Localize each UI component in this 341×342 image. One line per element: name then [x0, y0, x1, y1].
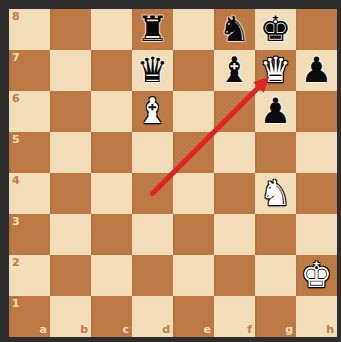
square-g1[interactable]: g [255, 296, 296, 337]
square-b7[interactable] [50, 50, 91, 91]
square-h6[interactable] [296, 91, 337, 132]
square-c5[interactable] [91, 132, 132, 173]
piece-black-king-g8[interactable]: ♚ [255, 9, 296, 50]
coord-rank-6: 6 [12, 93, 20, 104]
square-g5[interactable] [255, 132, 296, 173]
piece-black-pawn-g6[interactable]: ♟ [255, 91, 296, 132]
square-a1[interactable]: 1a [9, 296, 50, 337]
square-e7[interactable] [173, 50, 214, 91]
square-b8[interactable] [50, 9, 91, 50]
chess-board: 8♜♞♚7♛♝♛♟6♝♟54♞32♚1abcdefgh [9, 9, 337, 337]
square-b5[interactable] [50, 132, 91, 173]
coord-file-d: d [162, 324, 170, 335]
coord-rank-8: 8 [12, 11, 20, 22]
square-a6[interactable]: 6 [9, 91, 50, 132]
square-g8[interactable]: ♚ [255, 9, 296, 50]
coord-file-g: g [285, 324, 293, 335]
square-h8[interactable] [296, 9, 337, 50]
square-f4[interactable] [214, 173, 255, 214]
square-b1[interactable]: b [50, 296, 91, 337]
square-g3[interactable] [255, 214, 296, 255]
square-c2[interactable] [91, 255, 132, 296]
square-c3[interactable] [91, 214, 132, 255]
coord-file-f: f [247, 324, 252, 335]
square-d6[interactable]: ♝ [132, 91, 173, 132]
piece-black-bishop-f7[interactable]: ♝ [214, 50, 255, 91]
square-h7[interactable]: ♟ [296, 50, 337, 91]
square-c7[interactable] [91, 50, 132, 91]
square-e5[interactable] [173, 132, 214, 173]
square-a4[interactable]: 4 [9, 173, 50, 214]
square-e2[interactable] [173, 255, 214, 296]
square-g4[interactable]: ♞ [255, 173, 296, 214]
piece-white-bishop-d6[interactable]: ♝ [132, 91, 173, 132]
square-f5[interactable] [214, 132, 255, 173]
square-d2[interactable] [132, 255, 173, 296]
square-b4[interactable] [50, 173, 91, 214]
square-b6[interactable] [50, 91, 91, 132]
square-e4[interactable] [173, 173, 214, 214]
coord-rank-4: 4 [12, 175, 20, 186]
piece-white-knight-g4[interactable]: ♞ [255, 173, 296, 214]
square-c4[interactable] [91, 173, 132, 214]
square-a7[interactable]: 7 [9, 50, 50, 91]
coord-rank-3: 3 [12, 216, 20, 227]
square-f7[interactable]: ♝ [214, 50, 255, 91]
coord-rank-7: 7 [12, 52, 20, 63]
square-g2[interactable] [255, 255, 296, 296]
square-h3[interactable] [296, 214, 337, 255]
square-c8[interactable] [91, 9, 132, 50]
square-e3[interactable] [173, 214, 214, 255]
coord-rank-2: 2 [12, 257, 20, 268]
square-a5[interactable]: 5 [9, 132, 50, 173]
square-g7[interactable]: ♛ [255, 50, 296, 91]
piece-white-king-h2[interactable]: ♚ [296, 255, 337, 296]
square-a3[interactable]: 3 [9, 214, 50, 255]
square-f6[interactable] [214, 91, 255, 132]
square-d5[interactable] [132, 132, 173, 173]
coord-file-a: a [40, 324, 47, 335]
square-h5[interactable] [296, 132, 337, 173]
square-d7[interactable]: ♛ [132, 50, 173, 91]
square-d4[interactable] [132, 173, 173, 214]
square-f1[interactable]: f [214, 296, 255, 337]
square-c1[interactable]: c [91, 296, 132, 337]
coord-rank-1: 1 [12, 298, 20, 309]
square-e1[interactable]: e [173, 296, 214, 337]
square-f3[interactable] [214, 214, 255, 255]
piece-black-knight-f8[interactable]: ♞ [214, 9, 255, 50]
square-f8[interactable]: ♞ [214, 9, 255, 50]
square-b3[interactable] [50, 214, 91, 255]
square-h2[interactable]: ♚ [296, 255, 337, 296]
square-a8[interactable]: 8 [9, 9, 50, 50]
piece-black-rook-d8[interactable]: ♜ [132, 9, 173, 50]
coord-file-h: h [326, 324, 334, 335]
square-c6[interactable] [91, 91, 132, 132]
square-d8[interactable]: ♜ [132, 9, 173, 50]
square-f2[interactable] [214, 255, 255, 296]
coord-file-c: c [122, 324, 129, 335]
square-g6[interactable]: ♟ [255, 91, 296, 132]
coord-file-e: e [204, 324, 211, 335]
square-h4[interactable] [296, 173, 337, 214]
square-e6[interactable] [173, 91, 214, 132]
coord-file-b: b [80, 324, 88, 335]
coord-rank-5: 5 [12, 134, 20, 145]
square-d1[interactable]: d [132, 296, 173, 337]
piece-black-pawn-h7[interactable]: ♟ [296, 50, 337, 91]
piece-black-queen-d7[interactable]: ♛ [132, 50, 173, 91]
square-a2[interactable]: 2 [9, 255, 50, 296]
piece-white-queen-g7[interactable]: ♛ [255, 50, 296, 91]
square-d3[interactable] [132, 214, 173, 255]
square-h1[interactable]: h [296, 296, 337, 337]
square-e8[interactable] [173, 9, 214, 50]
square-b2[interactable] [50, 255, 91, 296]
